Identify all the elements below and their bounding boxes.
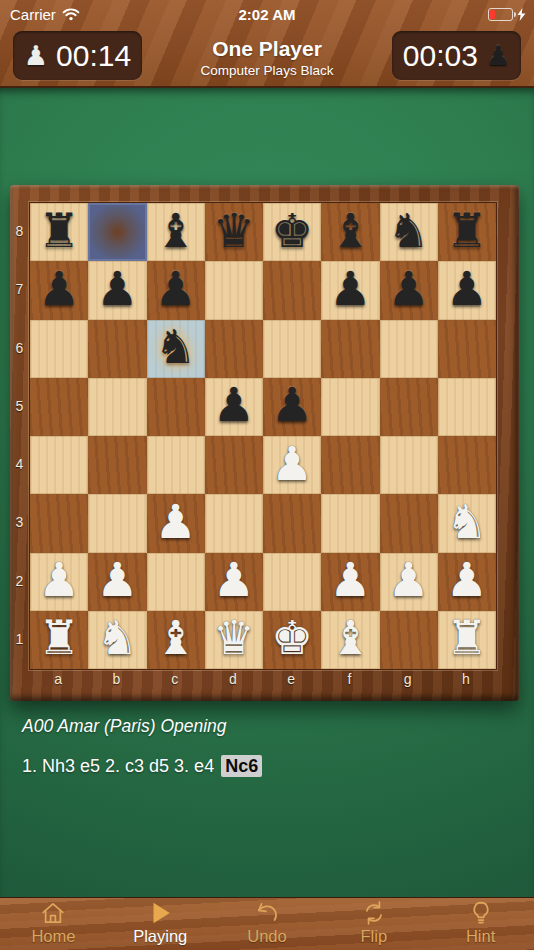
flip-button[interactable]: Flip (320, 898, 427, 950)
black-clock-time: 00:03 (403, 39, 478, 73)
white-rook-h1[interactable]: ♜ (446, 614, 488, 661)
square-e8[interactable]: ♚ (263, 203, 321, 261)
black-bishop-f8[interactable]: ♝ (329, 207, 371, 254)
square-a7[interactable]: ♟ (30, 261, 88, 319)
white-pawn-h2[interactable]: ♟ (446, 556, 488, 603)
square-e4[interactable]: ♟ (263, 436, 321, 494)
hint-label: Hint (466, 927, 495, 946)
white-pawn-e4[interactable]: ♟ (271, 440, 313, 487)
status-bar: Carrier 2:02 AM (0, 0, 534, 28)
rank-label-7: 7 (10, 260, 29, 318)
square-h7[interactable]: ♟ (438, 261, 496, 319)
square-c8[interactable]: ♝ (147, 203, 205, 261)
white-rook-a1[interactable]: ♜ (38, 614, 80, 661)
white-king-e1[interactable]: ♚ (271, 614, 313, 661)
square-c5[interactable] (147, 378, 205, 436)
square-f3[interactable] (321, 494, 379, 552)
opening-name: A00 Amar (Paris) Opening (22, 716, 227, 737)
square-a1[interactable]: ♜ (30, 611, 88, 669)
square-c7[interactable]: ♟ (147, 261, 205, 319)
square-h6[interactable] (438, 320, 496, 378)
white-player-clock: ♟ 00:14 (13, 31, 142, 80)
white-pawn-c3[interactable]: ♟ (155, 498, 197, 545)
square-g2[interactable]: ♟ (380, 553, 438, 611)
table-felt: 87654321 ♜♝♛♚♝♞♜♟♟♟♟♟♟♞♟♟♟♟♞♟♟♟♟♟♟♜♞♝♛♚♝… (0, 88, 534, 897)
square-f2[interactable]: ♟ (321, 553, 379, 611)
square-a6[interactable] (30, 320, 88, 378)
lightbulb-icon (468, 899, 494, 926)
square-a8[interactable]: ♜ (30, 203, 88, 261)
file-label-h: h (437, 665, 495, 693)
rank-label-4: 4 (10, 435, 29, 493)
square-a5[interactable] (30, 378, 88, 436)
square-h5[interactable] (438, 378, 496, 436)
file-label-e: e (262, 665, 320, 693)
chess-board[interactable]: 87654321 ♜♝♛♚♝♞♜♟♟♟♟♟♟♞♟♟♟♟♞♟♟♟♟♟♟♜♞♝♛♚♝… (10, 185, 519, 701)
square-b8[interactable] (88, 203, 146, 261)
square-b1[interactable]: ♞ (88, 611, 146, 669)
white-pawn-icon: ♟ (24, 42, 48, 69)
square-h8[interactable]: ♜ (438, 203, 496, 261)
black-queen-d8[interactable]: ♛ (213, 207, 255, 254)
black-pawn-icon: ♟ (486, 42, 510, 69)
square-b3[interactable] (88, 494, 146, 552)
black-bishop-c8[interactable]: ♝ (155, 207, 197, 254)
square-g4[interactable] (380, 436, 438, 494)
square-f4[interactable] (321, 436, 379, 494)
black-rook-a8[interactable]: ♜ (38, 207, 80, 254)
white-queen-d1[interactable]: ♛ (213, 614, 255, 661)
square-a3[interactable] (30, 494, 88, 552)
home-button[interactable]: Home (0, 898, 107, 950)
square-e5[interactable]: ♟ (263, 378, 321, 436)
square-f8[interactable]: ♝ (321, 203, 379, 261)
home-label: Home (31, 927, 75, 946)
file-label-d: d (204, 665, 262, 693)
move-list[interactable]: 1. Nh3 e5 2. c3 d5 3. e4 Nc6 (22, 756, 262, 777)
black-player-clock: 00:03 ♟ (392, 31, 521, 80)
black-king-e8[interactable]: ♚ (271, 207, 313, 254)
rank-label-3: 3 (10, 493, 29, 551)
undo-label: Undo (247, 927, 286, 946)
white-pawn-g2[interactable]: ♟ (388, 556, 430, 603)
square-g5[interactable] (380, 378, 438, 436)
play-icon (147, 899, 173, 926)
rank-label-5: 5 (10, 377, 29, 435)
black-pawn-h7[interactable]: ♟ (446, 265, 488, 312)
white-pawn-f2[interactable]: ♟ (329, 556, 371, 603)
move-list-text: 1. Nh3 e5 2. c3 d5 3. e4 (22, 756, 214, 776)
black-pawn-g7[interactable]: ♟ (388, 265, 430, 312)
square-g1[interactable] (380, 611, 438, 669)
square-e1[interactable]: ♚ (263, 611, 321, 669)
battery-icon (488, 8, 513, 21)
file-label-b: b (87, 665, 145, 693)
game-mode-subtitle: Computer Plays Black (142, 63, 392, 78)
white-knight-b1[interactable]: ♞ (96, 614, 138, 661)
square-c4[interactable] (147, 436, 205, 494)
square-b4[interactable] (88, 436, 146, 494)
white-knight-h3[interactable]: ♞ (446, 498, 488, 545)
square-g7[interactable]: ♟ (380, 261, 438, 319)
game-mode-title: One Player (142, 37, 392, 61)
white-pawn-b2[interactable]: ♟ (96, 556, 138, 603)
white-pawn-a2[interactable]: ♟ (38, 556, 80, 603)
square-c6[interactable]: ♞ (147, 320, 205, 378)
home-icon (40, 899, 66, 926)
square-b7[interactable]: ♟ (88, 261, 146, 319)
black-knight-c6[interactable]: ♞ (155, 323, 197, 370)
rank-label-6: 6 (10, 319, 29, 377)
square-h3[interactable]: ♞ (438, 494, 496, 552)
rank-labels: 87654321 (10, 202, 29, 668)
black-knight-g8[interactable]: ♞ (388, 207, 430, 254)
square-f6[interactable] (321, 320, 379, 378)
square-a4[interactable] (30, 436, 88, 494)
black-pawn-d5[interactable]: ♟ (213, 381, 255, 428)
flip-icon (361, 899, 387, 926)
square-g8[interactable]: ♞ (380, 203, 438, 261)
board-grid[interactable]: ♜♝♛♚♝♞♜♟♟♟♟♟♟♞♟♟♟♟♞♟♟♟♟♟♟♜♞♝♛♚♝♜ (29, 202, 497, 670)
square-h1[interactable]: ♜ (438, 611, 496, 669)
header-wood-bar: Carrier 2:02 AM ♟ 00:14 One Player Com (0, 0, 534, 88)
chess-app-screen: Carrier 2:02 AM ♟ 00:14 One Player Com (0, 0, 534, 950)
square-g6[interactable] (380, 320, 438, 378)
charging-bolt-icon (517, 8, 526, 21)
file-label-c: c (146, 665, 204, 693)
file-label-f: f (320, 665, 378, 693)
square-f7[interactable]: ♟ (321, 261, 379, 319)
black-pawn-f7[interactable]: ♟ (329, 265, 371, 312)
black-rook-h8[interactable]: ♜ (446, 207, 488, 254)
square-e7[interactable] (263, 261, 321, 319)
playing-button[interactable]: Playing (107, 898, 214, 950)
playing-label: Playing (133, 927, 187, 946)
status-time: 2:02 AM (0, 6, 534, 23)
black-pawn-a7[interactable]: ♟ (38, 265, 80, 312)
file-label-a: a (29, 665, 87, 693)
white-bishop-f1[interactable]: ♝ (329, 614, 371, 661)
square-f1[interactable]: ♝ (321, 611, 379, 669)
square-a2[interactable]: ♟ (30, 553, 88, 611)
rank-label-8: 8 (10, 202, 29, 260)
square-e2[interactable] (263, 553, 321, 611)
square-d4[interactable] (205, 436, 263, 494)
rank-label-2: 2 (10, 552, 29, 610)
square-b5[interactable] (88, 378, 146, 436)
black-pawn-e5[interactable]: ♟ (271, 381, 313, 428)
square-c1[interactable]: ♝ (147, 611, 205, 669)
white-clock-time: 00:14 (56, 39, 131, 73)
square-f5[interactable] (321, 378, 379, 436)
black-pawn-c7[interactable]: ♟ (155, 265, 197, 312)
square-b6[interactable] (88, 320, 146, 378)
square-e3[interactable] (263, 494, 321, 552)
square-c2[interactable] (147, 553, 205, 611)
square-h4[interactable] (438, 436, 496, 494)
square-h2[interactable]: ♟ (438, 553, 496, 611)
square-c3[interactable]: ♟ (147, 494, 205, 552)
undo-icon (254, 899, 280, 926)
bottom-toolbar: Home Playing Undo Fli (0, 897, 534, 950)
square-d6[interactable] (205, 320, 263, 378)
black-pawn-b7[interactable]: ♟ (96, 265, 138, 312)
square-d3[interactable] (205, 494, 263, 552)
square-d2[interactable]: ♟ (205, 553, 263, 611)
square-d1[interactable]: ♛ (205, 611, 263, 669)
square-b2[interactable]: ♟ (88, 553, 146, 611)
current-move-badge[interactable]: Nc6 (221, 755, 262, 777)
square-d7[interactable] (205, 261, 263, 319)
file-labels: abcdefgh (29, 665, 495, 693)
flip-label: Flip (360, 927, 387, 946)
white-bishop-c1[interactable]: ♝ (155, 614, 197, 661)
square-e6[interactable] (263, 320, 321, 378)
square-d8[interactable]: ♛ (205, 203, 263, 261)
hint-button[interactable]: Hint (427, 898, 534, 950)
square-d5[interactable]: ♟ (205, 378, 263, 436)
file-label-g: g (379, 665, 437, 693)
undo-button[interactable]: Undo (214, 898, 321, 950)
rank-label-1: 1 (10, 610, 29, 668)
square-g3[interactable] (380, 494, 438, 552)
white-pawn-d2[interactable]: ♟ (213, 556, 255, 603)
